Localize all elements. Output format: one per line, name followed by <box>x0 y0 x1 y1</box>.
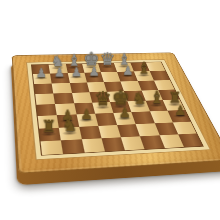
black-pawn-piece: ♟ <box>169 104 191 117</box>
photo-stage: ♞♝♚♛♝♟♟♟♟♟♝♛♚♞♝♜♟♟♟♟♜♞ <box>0 0 220 220</box>
black-pawn-piece: ♟ <box>113 106 136 120</box>
black-knight-piece: ♞ <box>57 117 81 135</box>
chess-board: ♞♝♚♛♝♟♟♟♟♟♝♛♚♞♝♜♟♟♟♟♜♞ <box>12 52 220 173</box>
black-queen-piece: ♛ <box>91 89 113 108</box>
board-scene: ♞♝♚♛♝♟♟♟♟♟♝♛♚♞♝♜♟♟♟♟♜♞ <box>0 0 220 220</box>
black-rook-piece: ♜ <box>37 119 61 136</box>
